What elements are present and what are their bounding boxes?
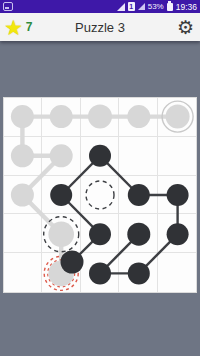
pattern-dot-gray [166, 105, 190, 129]
star-icon: ★ [4, 17, 23, 38]
puzzle-dot-black[interactable] [89, 262, 111, 284]
wifi-icon [117, 3, 125, 11]
status-bar-right: 1 53% 19:36 [117, 2, 200, 12]
signal-icon [138, 3, 145, 10]
puzzle-dot-black[interactable] [128, 262, 150, 284]
pattern-dot-gray [127, 105, 150, 128]
dashed-hint-marker [86, 181, 114, 209]
pattern-dot-gray [50, 144, 73, 167]
dragged-black-dot[interactable] [61, 251, 84, 274]
screenshot-notification-icon [3, 2, 13, 11]
puzzle-board[interactable] [3, 97, 197, 293]
page-title: Puzzle 3 [75, 20, 125, 35]
puzzle-dot-black[interactable] [127, 223, 150, 246]
puzzle-dot-black[interactable] [167, 184, 189, 206]
pattern-dot-gray [88, 105, 112, 129]
status-bar: 1 53% 19:36 [0, 0, 200, 13]
app-screen: 1 53% 19:36 ★ 7 Puzzle 3 ⚙ [0, 0, 200, 356]
clock: 19:36 [176, 2, 197, 12]
puzzle-dot-black[interactable] [89, 145, 111, 167]
app-header: ★ 7 Puzzle 3 ⚙ [0, 13, 200, 41]
battery-icon [167, 3, 173, 11]
pattern-dot-gray [50, 105, 73, 128]
board-overlay [3, 97, 197, 293]
pattern-dot-gray [11, 144, 34, 167]
pattern-dot-gray [11, 184, 34, 207]
status-bar-left [0, 2, 13, 11]
settings-gear-icon[interactable]: ⚙ [177, 18, 194, 37]
stars-counter: ★ 7 [4, 13, 33, 41]
battery-percent: 53% [148, 2, 164, 11]
stars-count: 7 [26, 20, 33, 34]
pattern-dot-gray [11, 105, 34, 128]
game-area [0, 41, 200, 356]
puzzle-dot-black[interactable] [50, 184, 72, 206]
puzzle-dot-black[interactable] [128, 184, 150, 206]
sim1-badge: 1 [128, 2, 135, 11]
puzzle-dot-black[interactable] [89, 223, 111, 245]
puzzle-dot-black[interactable] [167, 223, 189, 245]
pattern-dot-gray [48, 221, 74, 247]
